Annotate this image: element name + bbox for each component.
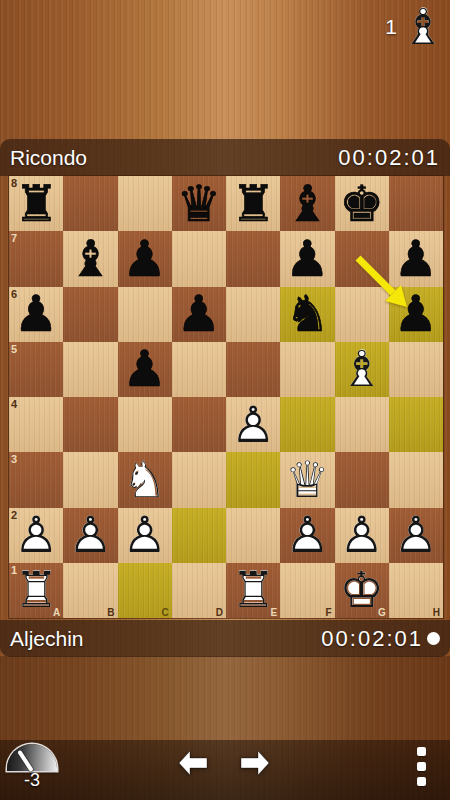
square-b5[interactable] [63,342,117,397]
file-label-c: C [162,607,169,618]
square-c3[interactable]: ♞♘ [118,452,172,507]
square-b3[interactable] [63,452,117,507]
piece-black-pawn[interactable]: ♟ [280,231,334,286]
square-f4[interactable] [280,397,334,452]
piece-white-pawn[interactable]: ♟♙ [63,508,117,563]
piece-white-pawn[interactable]: ♟♙ [389,508,443,563]
square-h5[interactable] [389,342,443,397]
square-b2[interactable]: ♟♙ [63,508,117,563]
piece-white-rook[interactable]: ♜♖ [9,563,63,618]
square-h7[interactable]: ♟ [389,231,443,286]
piece-black-pawn[interactable]: ♟ [172,287,226,342]
square-b6[interactable] [63,287,117,342]
file-label-h: H [433,607,440,618]
square-h4[interactable] [389,397,443,452]
square-d2[interactable] [172,508,226,563]
captured-count: 1 [385,15,397,39]
square-d8[interactable]: ♛ [172,176,226,231]
square-h3[interactable] [389,452,443,507]
square-b7[interactable]: ♝ [63,231,117,286]
square-a8[interactable]: 8♜ [9,176,63,231]
square-a5[interactable]: 5 [9,342,63,397]
square-h2[interactable]: ♟♙ [389,508,443,563]
square-c1[interactable]: C [118,563,172,618]
square-c7[interactable]: ♟ [118,231,172,286]
square-f2[interactable]: ♟♙ [280,508,334,563]
square-g5[interactable]: ♝♗ [335,342,389,397]
piece-black-pawn[interactable]: ♟ [118,342,172,397]
back-move-button[interactable] [178,750,208,776]
piece-white-rook[interactable]: ♜♖ [226,563,280,618]
square-f7[interactable]: ♟ [280,231,334,286]
square-a2[interactable]: 2♟♙ [9,508,63,563]
rank-label-7: 7 [11,232,17,244]
square-a1[interactable]: 1A♜♖ [9,563,63,618]
square-c6[interactable] [118,287,172,342]
rank-label-4: 4 [11,398,17,410]
player-bar-bottom: Aljechin 00:02:01 [0,620,450,657]
square-c5[interactable]: ♟ [118,342,172,397]
square-g7[interactable] [335,231,389,286]
file-label-d: D [216,607,223,618]
piece-black-pawn[interactable]: ♟ [9,287,63,342]
square-f3[interactable]: ♛♕ [280,452,334,507]
square-e3[interactable] [226,452,280,507]
chess-app-screen: 1 ♝♗ Ricondo 00:02:01 8♜♛♜♝♚7♝♟♟♟6♟♟♞♟5♟… [0,0,450,800]
square-a4[interactable]: 4 [9,397,63,452]
square-d7[interactable] [172,231,226,286]
piece-white-pawn[interactable]: ♟♙ [118,508,172,563]
square-d3[interactable] [172,452,226,507]
captured-white-bishop-icon: ♝♗ [398,0,448,54]
chess-board: 8♜♛♜♝♚7♝♟♟♟6♟♟♞♟5♟♝♗4♟♙3♞♘♛♕2♟♙♟♙♟♙♟♙♟♙♟… [9,176,443,618]
square-e4[interactable]: ♟♙ [226,397,280,452]
piece-white-bishop[interactable]: ♝♗ [398,0,448,54]
square-h8[interactable] [389,176,443,231]
square-a6[interactable]: 6♟ [9,287,63,342]
square-g2[interactable]: ♟♙ [335,508,389,563]
captured-pieces-tray: 1 ♝♗ [385,0,448,54]
square-b1[interactable]: B [63,563,117,618]
file-label-f: F [325,607,331,618]
square-e8[interactable]: ♜ [226,176,280,231]
square-a7[interactable]: 7 [9,231,63,286]
piece-black-queen[interactable]: ♛ [172,176,226,231]
square-f6[interactable]: ♞ [280,287,334,342]
piece-white-pawn[interactable]: ♟♙ [280,508,334,563]
piece-black-bishop[interactable]: ♝ [63,231,117,286]
piece-black-pawn[interactable]: ♟ [389,231,443,286]
forward-move-button[interactable] [240,750,270,776]
piece-black-knight[interactable]: ♞ [280,287,334,342]
square-g3[interactable] [335,452,389,507]
square-e6[interactable] [226,287,280,342]
square-a3[interactable]: 3 [9,452,63,507]
square-d5[interactable] [172,342,226,397]
piece-white-knight[interactable]: ♞♘ [118,452,172,507]
piece-black-pawn[interactable]: ♟ [389,287,443,342]
piece-white-pawn[interactable]: ♟♙ [9,508,63,563]
square-g4[interactable] [335,397,389,452]
piece-white-pawn[interactable]: ♟♙ [335,508,389,563]
player-bar-top: Ricondo 00:02:01 [0,139,450,176]
piece-white-pawn[interactable]: ♟♙ [226,397,280,452]
piece-white-bishop[interactable]: ♝♗ [335,342,389,397]
file-label-b: B [107,607,114,618]
arrow-right-icon [241,751,269,775]
square-e2[interactable] [226,508,280,563]
player-clock-bottom: 00:02:01 [321,626,440,652]
square-c4[interactable] [118,397,172,452]
arrow-left-icon [179,751,207,775]
square-g8[interactable]: ♚ [335,176,389,231]
overflow-menu-icon[interactable] [417,747,426,786]
square-e5[interactable] [226,342,280,397]
rank-label-5: 5 [11,343,17,355]
square-f8[interactable]: ♝ [280,176,334,231]
square-f1[interactable]: F [280,563,334,618]
square-d1[interactable]: D [172,563,226,618]
square-h1[interactable]: H [389,563,443,618]
piece-black-king[interactable]: ♚ [335,176,389,231]
square-c8[interactable] [118,176,172,231]
square-h6[interactable]: ♟ [389,287,443,342]
eval-score: -3 [8,770,56,791]
player-name-top: Ricondo [10,146,87,170]
player-name-bottom: Aljechin [10,627,84,651]
square-c2[interactable]: ♟♙ [118,508,172,563]
square-b4[interactable] [63,397,117,452]
eval-gauge-needle [17,750,33,772]
turn-indicator-dot [427,632,440,645]
rank-label-3: 3 [11,453,17,465]
square-g6[interactable] [335,287,389,342]
piece-black-rook[interactable]: ♜ [226,176,280,231]
piece-white-king[interactable]: ♚♔ [335,563,389,618]
square-e7[interactable] [226,231,280,286]
piece-black-bishop[interactable]: ♝ [280,176,334,231]
square-d4[interactable] [172,397,226,452]
piece-black-rook[interactable]: ♜ [9,176,63,231]
square-d6[interactable]: ♟ [172,287,226,342]
player-clock-top: 00:02:01 [338,145,440,171]
piece-black-pawn[interactable]: ♟ [118,231,172,286]
piece-white-queen[interactable]: ♛♕ [280,452,334,507]
square-b8[interactable] [63,176,117,231]
square-e1[interactable]: E♜♖ [226,563,280,618]
bottom-toolbar [0,740,450,800]
square-g1[interactable]: G♚♔ [335,563,389,618]
square-f5[interactable] [280,342,334,397]
